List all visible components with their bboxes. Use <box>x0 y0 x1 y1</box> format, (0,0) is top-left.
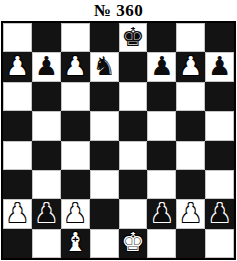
puzzle-diagram-page: № 360 ♚♟♟♟♞♟♟♟♟♟♟♟♟♟♝♚ <box>0 0 237 261</box>
puzzle-number-title: № 360 <box>0 0 237 21</box>
square-b8[interactable] <box>32 23 61 52</box>
black-pawn: ♟ <box>208 53 231 79</box>
square-g8[interactable] <box>176 23 205 52</box>
square-e8[interactable]: ♚ <box>119 23 148 52</box>
square-e1[interactable]: ♚ <box>119 229 148 258</box>
black-pawn: ♟ <box>150 200 173 226</box>
square-c1[interactable]: ♝ <box>61 229 90 258</box>
square-f2[interactable]: ♟ <box>147 199 176 228</box>
square-e5[interactable] <box>119 111 148 140</box>
square-a3[interactable] <box>3 170 32 199</box>
square-b2[interactable]: ♟ <box>32 199 61 228</box>
square-h8[interactable] <box>205 23 234 52</box>
square-c2[interactable]: ♟ <box>61 199 90 228</box>
square-f1[interactable] <box>147 229 176 258</box>
square-a8[interactable] <box>3 23 32 52</box>
square-g3[interactable] <box>176 170 205 199</box>
square-f4[interactable] <box>147 141 176 170</box>
square-h2[interactable]: ♟ <box>205 199 234 228</box>
square-b1[interactable] <box>32 229 61 258</box>
black-king: ♚ <box>121 24 144 50</box>
square-h5[interactable] <box>205 111 234 140</box>
square-g5[interactable] <box>176 111 205 140</box>
square-a4[interactable] <box>3 141 32 170</box>
square-d8[interactable] <box>90 23 119 52</box>
square-c7[interactable]: ♟ <box>61 52 90 81</box>
square-e3[interactable] <box>119 170 148 199</box>
square-a5[interactable] <box>3 111 32 140</box>
square-b4[interactable] <box>32 141 61 170</box>
square-e2[interactable] <box>119 199 148 228</box>
square-g7[interactable]: ♟ <box>176 52 205 81</box>
square-h7[interactable]: ♟ <box>205 52 234 81</box>
white-pawn: ♟ <box>179 200 202 226</box>
square-b6[interactable] <box>32 82 61 111</box>
square-c3[interactable] <box>61 170 90 199</box>
square-g6[interactable] <box>176 82 205 111</box>
white-bishop: ♝ <box>64 229 87 255</box>
square-e4[interactable] <box>119 141 148 170</box>
square-g4[interactable] <box>176 141 205 170</box>
square-h1[interactable] <box>205 229 234 258</box>
square-c8[interactable] <box>61 23 90 52</box>
square-a7[interactable]: ♟ <box>3 52 32 81</box>
square-f3[interactable] <box>147 170 176 199</box>
white-pawn: ♟ <box>64 53 87 79</box>
square-c6[interactable] <box>61 82 90 111</box>
square-g1[interactable] <box>176 229 205 258</box>
black-pawn: ♟ <box>35 53 58 79</box>
square-d3[interactable] <box>90 170 119 199</box>
square-d2[interactable] <box>90 199 119 228</box>
square-f5[interactable] <box>147 111 176 140</box>
square-a2[interactable]: ♟ <box>3 199 32 228</box>
square-d6[interactable] <box>90 82 119 111</box>
square-h4[interactable] <box>205 141 234 170</box>
white-pawn: ♟ <box>64 200 87 226</box>
white-pawn: ♟ <box>6 53 29 79</box>
square-e6[interactable] <box>119 82 148 111</box>
square-h6[interactable] <box>205 82 234 111</box>
square-a1[interactable] <box>3 229 32 258</box>
black-pawn: ♟ <box>35 200 58 226</box>
square-g2[interactable]: ♟ <box>176 199 205 228</box>
square-h3[interactable] <box>205 170 234 199</box>
square-a6[interactable] <box>3 82 32 111</box>
square-b7[interactable]: ♟ <box>32 52 61 81</box>
white-pawn: ♟ <box>6 200 29 226</box>
square-d5[interactable] <box>90 111 119 140</box>
black-pawn: ♟ <box>208 200 231 226</box>
white-pawn: ♟ <box>179 53 202 79</box>
square-b3[interactable] <box>32 170 61 199</box>
black-pawn: ♟ <box>150 53 173 79</box>
square-d1[interactable] <box>90 229 119 258</box>
square-d7[interactable]: ♞ <box>90 52 119 81</box>
square-f6[interactable] <box>147 82 176 111</box>
white-king: ♚ <box>121 229 144 255</box>
square-f8[interactable] <box>147 23 176 52</box>
square-b5[interactable] <box>32 111 61 140</box>
square-e7[interactable] <box>119 52 148 81</box>
chess-board: ♚♟♟♟♞♟♟♟♟♟♟♟♟♟♝♚ <box>1 21 236 260</box>
square-c5[interactable] <box>61 111 90 140</box>
black-knight: ♞ <box>92 53 115 79</box>
square-c4[interactable] <box>61 141 90 170</box>
square-f7[interactable]: ♟ <box>147 52 176 81</box>
square-d4[interactable] <box>90 141 119 170</box>
